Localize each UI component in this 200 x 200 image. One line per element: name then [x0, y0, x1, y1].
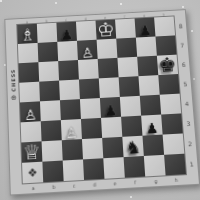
- square-b4: [40, 100, 61, 121]
- black-pawn: ♟: [145, 121, 159, 136]
- square-g6: [137, 56, 158, 76]
- square-a3: [21, 121, 42, 142]
- square-a7: [18, 43, 38, 63]
- square-b5: [39, 81, 60, 102]
- square-d2: [82, 138, 103, 159]
- square-e4: ♟: [100, 97, 121, 118]
- white-bishop: ♗: [20, 27, 36, 44]
- file-label-a: a: [23, 184, 44, 191]
- square-e7: [97, 39, 118, 59]
- file-label-c: c: [64, 182, 85, 189]
- square-b3: [41, 120, 62, 141]
- square-c4: [60, 99, 81, 120]
- square-g1: [144, 155, 166, 177]
- square-b2: [42, 140, 63, 161]
- black-knight: ♞: [125, 139, 142, 157]
- square-c7: [57, 41, 78, 61]
- square-g4: [140, 95, 161, 116]
- file-label-f: f: [125, 179, 146, 186]
- square-g3: ♟: [141, 115, 162, 136]
- square-a1: ❖: [22, 162, 43, 184]
- square-e2: [102, 137, 123, 158]
- board-frame: abcdefgh ⊕ CHESS ♗♟♔♟♙♚♙♟♙♟♕♞❖ 87654321 …: [4, 9, 200, 195]
- square-d5: [79, 78, 100, 99]
- file-label-b: b: [43, 183, 64, 190]
- square-a6: [19, 62, 40, 83]
- black-king: ♚: [158, 55, 177, 75]
- white-pawn: ♙: [24, 107, 37, 122]
- square-g5: [138, 75, 159, 96]
- brand-text: CHESS: [10, 69, 17, 92]
- black-pawn: ♟: [60, 28, 73, 42]
- square-h3: [161, 113, 183, 134]
- square-e3: [101, 117, 122, 138]
- rank-label-5: 5: [178, 73, 192, 93]
- square-a4: ♙: [20, 101, 41, 122]
- square-d4: [80, 98, 101, 119]
- file-label-g: g: [145, 177, 166, 184]
- square-a2: ♕: [21, 141, 42, 162]
- square-c1: [63, 159, 84, 181]
- chessboard-photo: abcdefgh ⊕ CHESS ♗♟♔♟♙♚♙♟♙♟♕♞❖ 87654321 …: [0, 0, 200, 200]
- chess-board: abcdefgh ⊕ CHESS ♗♟♔♟♙♚♙♟♙♟♕♞❖ 87654321 …: [4, 9, 200, 195]
- square-c3: ♙: [61, 119, 82, 140]
- square-e6: [98, 58, 119, 79]
- square-c8: ♟: [56, 22, 77, 42]
- file-label-h: h: [166, 176, 187, 183]
- square-d1: [83, 158, 104, 180]
- square-b1: [42, 161, 63, 183]
- square-b8: [37, 23, 57, 43]
- white-pawn: ♙: [81, 46, 94, 60]
- film-grain-speckles: [0, 0, 2, 2]
- square-e8: ♔: [96, 20, 117, 40]
- white-pawn: ♙: [65, 125, 78, 140]
- square-f5: [119, 76, 140, 97]
- square-g8: ♟: [135, 17, 156, 37]
- black-pawn: ♟: [139, 23, 152, 37]
- square-f7: [116, 38, 137, 58]
- square-e1: [103, 157, 125, 179]
- square-f2: ♞: [122, 136, 144, 157]
- square-f3: [121, 116, 142, 137]
- square-h1: [164, 154, 186, 176]
- brand-logo-icon: ⊕: [11, 94, 17, 102]
- square-h8: [154, 16, 175, 36]
- square-d3: [81, 118, 102, 139]
- file-label-d: d: [84, 181, 105, 188]
- square-h5: [158, 74, 179, 95]
- square-c5: [59, 79, 80, 100]
- square-f6: [117, 57, 138, 78]
- rank-label-6: 6: [177, 54, 191, 74]
- square-h7: [155, 35, 176, 55]
- square-c2: [62, 139, 83, 160]
- rank-label-2: 2: [183, 133, 198, 154]
- file-label-e: e: [105, 180, 126, 187]
- square-h4: [160, 94, 181, 115]
- square-f1: [124, 156, 146, 178]
- black-pawn: ♟: [104, 103, 117, 118]
- board-grid: ♗♟♔♟♙♚♙♟♙♟♕♞❖: [16, 15, 187, 184]
- rank-label-8: 8: [174, 16, 188, 36]
- square-c6: [58, 60, 79, 81]
- square-e5: [99, 77, 120, 98]
- white-queen: ♕: [22, 141, 41, 162]
- rank-label-1: 1: [184, 153, 199, 174]
- square-d7: ♙: [77, 40, 98, 60]
- square-a8: ♗: [17, 24, 37, 44]
- square-b6: [38, 61, 59, 82]
- square-h6: ♚: [157, 55, 178, 75]
- white-king: ♔: [97, 20, 116, 40]
- corner-emblem-icon: ❖: [27, 167, 37, 179]
- square-g7: [136, 36, 157, 56]
- rank-label-3: 3: [181, 113, 196, 134]
- square-f4: [120, 96, 141, 117]
- rank-label-4: 4: [180, 93, 195, 114]
- square-b7: [38, 42, 59, 62]
- square-a5: [19, 82, 40, 103]
- square-h2: [163, 133, 185, 154]
- square-d8: [76, 21, 97, 41]
- rank-label-7: 7: [175, 35, 189, 55]
- square-g2: [142, 135, 164, 156]
- square-f8: [115, 19, 136, 39]
- square-d6: [78, 59, 99, 80]
